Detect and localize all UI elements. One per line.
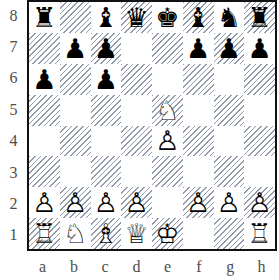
file-label-h: h (246, 251, 277, 280)
black-pawn-f7-icon[interactable]: ♟ (183, 33, 214, 64)
white-pawn-e4-icon[interactable]: ♟♙ (152, 126, 183, 157)
piece-glyph: ♟ (183, 33, 214, 64)
rank-label-7: 7 (0, 31, 27, 62)
file-label-f: f (183, 251, 214, 280)
square-a3[interactable] (29, 156, 60, 187)
piece-glyph: ♜ (244, 2, 275, 33)
file-label-g: g (215, 251, 246, 280)
white-knight-b1-icon[interactable]: ♞♘ (60, 218, 91, 249)
piece-outline: ♙ (60, 187, 91, 218)
piece-glyph: ♟ (29, 64, 60, 95)
piece-outline: ♕ (121, 218, 152, 249)
square-g1[interactable] (214, 218, 245, 249)
square-h7[interactable]: ♟ (244, 33, 275, 64)
square-d7[interactable] (121, 33, 152, 64)
black-bishop-c8-icon[interactable]: ♝ (91, 2, 122, 33)
square-b1[interactable]: ♞♘ (60, 218, 91, 249)
square-a2[interactable]: ♟♙ (29, 187, 60, 218)
piece-glyph: ♟ (244, 33, 275, 64)
piece-outline: ♙ (121, 187, 152, 218)
white-pawn-h2-icon[interactable]: ♟♙ (244, 187, 275, 218)
square-g2[interactable]: ♟♙ (214, 187, 245, 218)
black-rook-a8-icon[interactable]: ♜ (29, 2, 60, 33)
piece-glyph: ♜ (29, 2, 60, 33)
black-pawn-c7-icon[interactable]: ♟ (91, 33, 122, 64)
rank-label-1: 1 (0, 220, 27, 251)
square-e2[interactable] (152, 187, 183, 218)
piece-outline: ♙ (244, 187, 275, 218)
piece-outline: ♖ (29, 218, 60, 249)
square-c5[interactable] (91, 95, 122, 126)
piece-outline: ♘ (60, 218, 91, 249)
square-c6[interactable]: ♟ (91, 64, 122, 95)
square-c7[interactable]: ♟ (91, 33, 122, 64)
piece-glyph: ♝ (183, 2, 214, 33)
file-labels: abcdefgh (27, 251, 277, 280)
square-d2[interactable]: ♟♙ (121, 187, 152, 218)
white-queen-d1-icon[interactable]: ♛♕ (121, 218, 152, 249)
square-c2[interactable]: ♟♙ (91, 187, 122, 218)
square-e5[interactable]: ♞♘ (152, 95, 183, 126)
piece-outline: ♖ (244, 218, 275, 249)
square-c4[interactable] (91, 126, 122, 157)
square-b6[interactable] (60, 64, 91, 95)
square-d6[interactable] (121, 64, 152, 95)
square-f8[interactable]: ♝ (183, 2, 214, 33)
square-c1[interactable]: ♝♗ (91, 218, 122, 249)
white-pawn-b2-icon[interactable]: ♟♙ (60, 187, 91, 218)
black-pawn-g7-icon[interactable]: ♟ (214, 33, 245, 64)
square-b5[interactable] (60, 95, 91, 126)
square-d3[interactable] (121, 156, 152, 187)
black-pawn-c6-icon[interactable]: ♟ (91, 64, 122, 95)
square-b4[interactable] (60, 126, 91, 157)
square-e7[interactable] (152, 33, 183, 64)
black-queen-d8-icon[interactable]: ♛ (121, 2, 152, 33)
piece-outline: ♙ (183, 187, 214, 218)
square-h5[interactable] (244, 95, 275, 126)
square-d5[interactable] (121, 95, 152, 126)
square-b8[interactable] (60, 2, 91, 33)
chess-diagram: 87654321 ♜♝♛♚♝♞♜♟♟♟♟♟♟♟♞♘♟♙♟♙♟♙♟♙♟♙♟♙♟♙♟… (0, 0, 279, 280)
square-g3[interactable] (214, 156, 245, 187)
square-f4[interactable] (183, 126, 214, 157)
black-pawn-b7-icon[interactable]: ♟ (60, 33, 91, 64)
square-g5[interactable] (214, 95, 245, 126)
square-b3[interactable] (60, 156, 91, 187)
piece-outline: ♙ (152, 126, 183, 157)
file-label-b: b (58, 251, 89, 280)
white-king-e1-icon[interactable]: ♚♔ (152, 218, 183, 249)
square-e1[interactable]: ♚♔ (152, 218, 183, 249)
piece-glyph: ♛ (121, 2, 152, 33)
piece-glyph: ♝ (91, 2, 122, 33)
rank-label-4: 4 (0, 126, 27, 157)
board: ♜♝♛♚♝♞♜♟♟♟♟♟♟♟♞♘♟♙♟♙♟♙♟♙♟♙♟♙♟♙♟♙♜♖♞♘♝♗♛♕… (27, 0, 277, 251)
rank-label-8: 8 (0, 0, 27, 31)
piece-outline: ♗ (91, 218, 122, 249)
piece-outline: ♔ (152, 218, 183, 249)
piece-glyph: ♚ (152, 2, 183, 33)
square-a8[interactable]: ♜ (29, 2, 60, 33)
square-d4[interactable] (121, 126, 152, 157)
rank-labels: 87654321 (0, 0, 27, 251)
square-a4[interactable] (29, 126, 60, 157)
white-pawn-c2-icon[interactable]: ♟♙ (91, 187, 122, 218)
black-bishop-f8-icon[interactable]: ♝ (183, 2, 214, 33)
square-a7[interactable] (29, 33, 60, 64)
square-d1[interactable]: ♛♕ (121, 218, 152, 249)
square-h1[interactable]: ♜♖ (244, 218, 275, 249)
rank-label-2: 2 (0, 188, 27, 219)
square-f2[interactable]: ♟♙ (183, 187, 214, 218)
square-g6[interactable] (214, 64, 245, 95)
square-d8[interactable]: ♛ (121, 2, 152, 33)
square-h8[interactable]: ♜ (244, 2, 275, 33)
file-label-c: c (90, 251, 121, 280)
white-pawn-d2-icon[interactable]: ♟♙ (121, 187, 152, 218)
square-g7[interactable]: ♟ (214, 33, 245, 64)
square-e4[interactable]: ♟♙ (152, 126, 183, 157)
square-f1[interactable] (183, 218, 214, 249)
file-label-d: d (121, 251, 152, 280)
square-c8[interactable]: ♝ (91, 2, 122, 33)
square-e3[interactable] (152, 156, 183, 187)
white-pawn-g2-icon[interactable]: ♟♙ (214, 187, 245, 218)
square-f6[interactable] (183, 64, 214, 95)
file-label-a: a (27, 251, 58, 280)
file-label-e: e (152, 251, 183, 280)
piece-glyph: ♟ (214, 33, 245, 64)
rank-label-6: 6 (0, 63, 27, 94)
square-a5[interactable] (29, 95, 60, 126)
black-rook-h8-icon[interactable]: ♜ (244, 2, 275, 33)
square-e8[interactable]: ♚ (152, 2, 183, 33)
piece-outline: ♘ (152, 95, 183, 126)
white-pawn-f2-icon[interactable]: ♟♙ (183, 187, 214, 218)
square-h2[interactable]: ♟♙ (244, 187, 275, 218)
square-g8[interactable]: ♞ (214, 2, 245, 33)
square-h6[interactable] (244, 64, 275, 95)
black-king-e8-icon[interactable]: ♚ (152, 2, 183, 33)
rank-label-3: 3 (0, 157, 27, 188)
square-h4[interactable] (244, 126, 275, 157)
black-knight-g8-icon[interactable]: ♞ (214, 2, 245, 33)
square-a1[interactable]: ♜♖ (29, 218, 60, 249)
black-pawn-h7-icon[interactable]: ♟ (244, 33, 275, 64)
square-f7[interactable]: ♟ (183, 33, 214, 64)
white-knight-e5-icon[interactable]: ♞♘ (152, 95, 183, 126)
piece-glyph: ♟ (60, 33, 91, 64)
white-rook-a1-icon[interactable]: ♜♖ (29, 218, 60, 249)
square-f3[interactable] (183, 156, 214, 187)
white-bishop-c1-icon[interactable]: ♝♗ (91, 218, 122, 249)
piece-outline: ♙ (214, 187, 245, 218)
square-a6[interactable]: ♟ (29, 64, 60, 95)
piece-outline: ♙ (91, 187, 122, 218)
white-rook-h1-icon[interactable]: ♜♖ (244, 218, 275, 249)
square-h3[interactable] (244, 156, 275, 187)
rank-label-5: 5 (0, 94, 27, 125)
piece-outline: ♙ (29, 187, 60, 218)
piece-glyph: ♟ (91, 64, 122, 95)
piece-glyph: ♞ (214, 2, 245, 33)
square-g4[interactable] (214, 126, 245, 157)
square-b2[interactable]: ♟♙ (60, 187, 91, 218)
piece-glyph: ♟ (91, 33, 122, 64)
white-pawn-a2-icon[interactable]: ♟♙ (29, 187, 60, 218)
square-f5[interactable] (183, 95, 214, 126)
square-e6[interactable] (152, 64, 183, 95)
black-pawn-a6-icon[interactable]: ♟ (29, 64, 60, 95)
square-c3[interactable] (91, 156, 122, 187)
square-b7[interactable]: ♟ (60, 33, 91, 64)
